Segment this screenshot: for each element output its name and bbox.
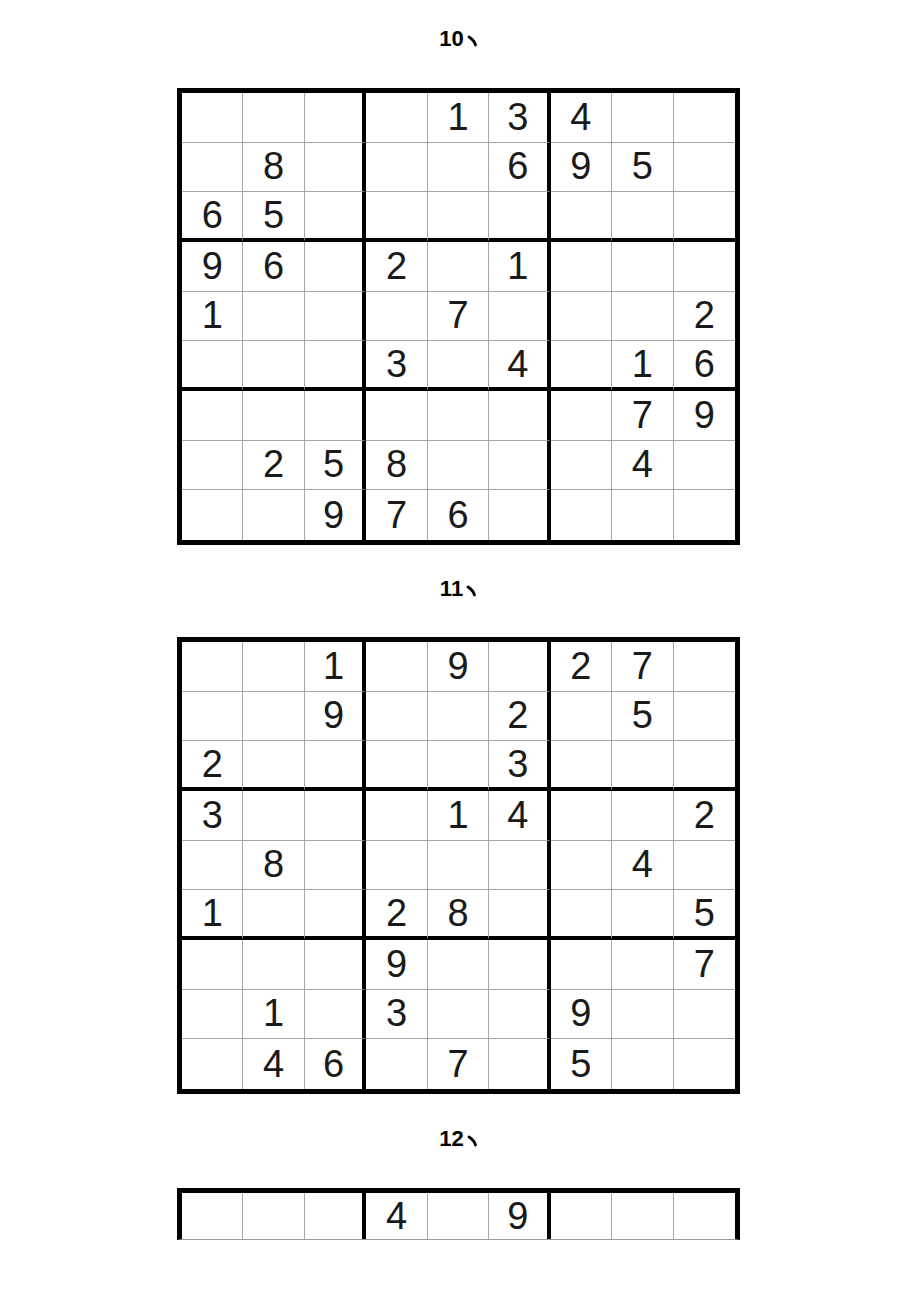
puzzle-11-cell-r5c1 (182, 841, 243, 891)
puzzle-11-cell-r3c2 (243, 741, 304, 791)
puzzle-10-cell-r8c7 (551, 441, 612, 491)
sudoku-grid-10: 13486956596211723416792584976 (177, 88, 740, 545)
puzzle-11-cell-r5c8: 4 (612, 841, 673, 891)
puzzle-11-cell-r2c7 (551, 692, 612, 742)
puzzle-11-cell-r6c9: 5 (674, 890, 735, 940)
puzzle-10-cell-r9c7 (551, 490, 612, 540)
puzzle-10-cell-r2c8: 5 (612, 143, 673, 193)
puzzle-11-cell-r5c6 (489, 841, 550, 891)
puzzle-11-cell-r7c9: 7 (674, 940, 735, 990)
puzzle-10-cell-r8c1 (182, 441, 243, 491)
puzzle-10-cell-r9c2 (243, 490, 304, 540)
puzzle-10-cell-r8c2: 2 (243, 441, 304, 491)
puzzle-11-number: 11 (440, 576, 463, 601)
puzzle-10-cell-r2c1 (182, 143, 243, 193)
puzzle-10-cell-r2c3 (305, 143, 366, 193)
puzzle-11-cell-r3c7 (551, 741, 612, 791)
puzzle-10-cell-r7c5 (428, 391, 489, 441)
puzzle-10-cell-r5c1: 1 (182, 292, 243, 342)
puzzle-12-cell-r1c7 (551, 1193, 612, 1239)
puzzle-10-cell-r7c2 (243, 391, 304, 441)
ideographic-comma-icon (465, 576, 477, 602)
puzzle-11-cell-r7c4: 9 (366, 940, 427, 990)
puzzle-10-cell-r3c5 (428, 192, 489, 242)
puzzle-11-cell-r2c6: 2 (489, 692, 550, 742)
puzzle-10-cell-r2c7: 9 (551, 143, 612, 193)
puzzle-10-cell-r6c3 (305, 341, 366, 391)
puzzle-10-cell-r4c7 (551, 242, 612, 292)
puzzle-11-cell-r5c7 (551, 841, 612, 891)
puzzle-12-cell-r1c9 (674, 1193, 735, 1239)
puzzle-11-cell-r1c1 (182, 642, 243, 692)
puzzle-11-cell-r4c5: 1 (428, 791, 489, 841)
puzzle-10-cell-r2c9 (674, 143, 735, 193)
puzzle-11-cell-r4c2 (243, 791, 304, 841)
puzzle-11-cell-r7c5 (428, 940, 489, 990)
puzzle-11-cell-r9c2: 4 (243, 1039, 304, 1089)
puzzle-10-cell-r4c1: 9 (182, 242, 243, 292)
puzzle-11-cell-r9c7: 5 (551, 1039, 612, 1089)
puzzle-10-cell-r5c7 (551, 292, 612, 342)
puzzle-11-cell-r8c2: 1 (243, 990, 304, 1040)
puzzle-11-cell-r4c8 (612, 791, 673, 841)
puzzle-11-cell-r4c6: 4 (489, 791, 550, 841)
sudoku-grid-12: 49 (177, 1188, 740, 1240)
comma-icon (466, 1134, 478, 1148)
puzzle-10-cell-r5c8 (612, 292, 673, 342)
puzzle-11-cell-r8c6 (489, 990, 550, 1040)
puzzle-11-cell-r9c6 (489, 1039, 550, 1089)
puzzle-10-cell-r1c7: 4 (551, 93, 612, 143)
puzzle-11-cell-r8c4: 3 (366, 990, 427, 1040)
puzzle-11-cell-r2c3: 9 (305, 692, 366, 742)
puzzle-11-cell-r7c1 (182, 940, 243, 990)
puzzle-11-cell-r4c1: 3 (182, 791, 243, 841)
puzzle-11-cell-r2c5 (428, 692, 489, 742)
puzzle-10-title: 10 (177, 26, 740, 52)
puzzle-11-cell-r5c5 (428, 841, 489, 891)
puzzle-10-cell-r5c5: 7 (428, 292, 489, 342)
puzzle-11-cell-r9c4 (366, 1039, 427, 1089)
puzzle-10-cell-r1c5: 1 (428, 93, 489, 143)
puzzle-12-title: 12 (177, 1126, 740, 1152)
puzzle-10-cell-r8c5 (428, 441, 489, 491)
puzzle-11-cell-r7c8 (612, 940, 673, 990)
puzzle-10-cell-r5c9: 2 (674, 292, 735, 342)
puzzle-12-cell-r1c6: 9 (489, 1193, 550, 1239)
puzzle-11-cell-r9c3: 6 (305, 1039, 366, 1089)
puzzle-10-cell-r6c1 (182, 341, 243, 391)
comma-icon (465, 584, 477, 598)
puzzle-10-cell-r8c9 (674, 441, 735, 491)
puzzle-11-cell-r4c7 (551, 791, 612, 841)
puzzle-12-cell-r1c3 (305, 1193, 366, 1239)
puzzle-11-cell-r8c7: 9 (551, 990, 612, 1040)
puzzle-10-cell-r4c3 (305, 242, 366, 292)
puzzle-10-cell-r5c2 (243, 292, 304, 342)
puzzle-11-cell-r8c8 (612, 990, 673, 1040)
puzzle-11-cell-r6c6 (489, 890, 550, 940)
puzzle-11-cell-r6c2 (243, 890, 304, 940)
puzzle-11-cell-r2c4 (366, 692, 427, 742)
puzzle-10-cell-r8c3: 5 (305, 441, 366, 491)
puzzle-11-cell-r9c9 (674, 1039, 735, 1089)
puzzle-11-cell-r1c5: 9 (428, 642, 489, 692)
puzzle-10-cell-r7c6 (489, 391, 550, 441)
puzzle-11-cell-r6c5: 8 (428, 890, 489, 940)
puzzle-10-cell-r7c1 (182, 391, 243, 441)
ideographic-comma-icon (466, 26, 478, 52)
puzzle-11-cell-r9c5: 7 (428, 1039, 489, 1089)
puzzle-11-cell-r6c4: 2 (366, 890, 427, 940)
puzzle-11-cell-r1c8: 7 (612, 642, 673, 692)
puzzle-10-cell-r7c9: 9 (674, 391, 735, 441)
puzzle-11-cell-r5c2: 8 (243, 841, 304, 891)
puzzle-10-cell-r2c2: 8 (243, 143, 304, 193)
puzzle-11-cell-r4c3 (305, 791, 366, 841)
puzzle-10-cell-r3c8 (612, 192, 673, 242)
puzzle-10-cell-r4c4: 2 (366, 242, 427, 292)
puzzle-11-cell-r3c4 (366, 741, 427, 791)
puzzle-11-cell-r8c1 (182, 990, 243, 1040)
puzzle-11-cell-r2c2 (243, 692, 304, 742)
puzzle-10-cell-r7c8: 7 (612, 391, 673, 441)
puzzle-10-cell-r7c3 (305, 391, 366, 441)
puzzle-11-cell-r3c5 (428, 741, 489, 791)
puzzle-10-cell-r9c4: 7 (366, 490, 427, 540)
puzzle-11-cell-r7c7 (551, 940, 612, 990)
puzzle-10-cell-r3c7 (551, 192, 612, 242)
puzzle-10-cell-r7c4 (366, 391, 427, 441)
puzzle-10-cell-r9c1 (182, 490, 243, 540)
puzzle-11-cell-r3c1: 2 (182, 741, 243, 791)
puzzle-11-cell-r5c4 (366, 841, 427, 891)
puzzle-11-cell-r5c3 (305, 841, 366, 891)
sudoku-grid-11: 1927925233142841285971394675 (177, 637, 740, 1094)
puzzle-11-cell-r8c5 (428, 990, 489, 1040)
puzzle-10-cell-r6c4: 3 (366, 341, 427, 391)
puzzle-10-cell-r6c8: 1 (612, 341, 673, 391)
puzzle-10-cell-r6c5 (428, 341, 489, 391)
puzzle-10-cell-r6c6: 4 (489, 341, 550, 391)
puzzle-11-cell-r1c9 (674, 642, 735, 692)
puzzle-11-cell-r6c3 (305, 890, 366, 940)
puzzle-10-cell-r9c9 (674, 490, 735, 540)
puzzle-11-cell-r9c1 (182, 1039, 243, 1089)
puzzle-11-cell-r2c9 (674, 692, 735, 742)
puzzle-11-cell-r1c7: 2 (551, 642, 612, 692)
puzzle-10-cell-r9c6 (489, 490, 550, 540)
puzzle-10-cell-r3c4 (366, 192, 427, 242)
puzzle-10-cell-r1c9 (674, 93, 735, 143)
puzzle-10-cell-r4c5 (428, 242, 489, 292)
puzzle-11-cell-r8c9 (674, 990, 735, 1040)
puzzle-10-cell-r3c3 (305, 192, 366, 242)
puzzle-11-title: 11 (177, 576, 740, 602)
puzzle-11-cell-r1c6 (489, 642, 550, 692)
puzzle-11-cell-r8c3 (305, 990, 366, 1040)
puzzle-10-cell-r2c4 (366, 143, 427, 193)
puzzle-10-cell-r9c3: 9 (305, 490, 366, 540)
puzzle-10-cell-r8c8: 4 (612, 441, 673, 491)
puzzle-11-cell-r3c8 (612, 741, 673, 791)
puzzle-12-cell-r1c1 (182, 1193, 243, 1239)
puzzle-11-cell-r3c3 (305, 741, 366, 791)
puzzle-10-cell-r9c5: 6 (428, 490, 489, 540)
puzzle-10-cell-r3c9 (674, 192, 735, 242)
puzzle-11-cell-r1c4 (366, 642, 427, 692)
puzzle-12-cell-r1c5 (428, 1193, 489, 1239)
puzzle-10-number: 10 (439, 26, 463, 51)
puzzle-10-cell-r1c4 (366, 93, 427, 143)
puzzle-10-cell-r4c6: 1 (489, 242, 550, 292)
puzzle-12-cell-r1c8 (612, 1193, 673, 1239)
puzzle-10-cell-r5c3 (305, 292, 366, 342)
puzzle-11-cell-r1c2 (243, 642, 304, 692)
puzzle-11-cell-r7c2 (243, 940, 304, 990)
puzzle-10-cell-r6c2 (243, 341, 304, 391)
puzzle-10-cell-r1c1 (182, 93, 243, 143)
puzzle-11-cell-r6c7 (551, 890, 612, 940)
puzzle-10-cell-r1c6: 3 (489, 93, 550, 143)
puzzle-10-cell-r6c9: 6 (674, 341, 735, 391)
puzzle-11-cell-r2c1 (182, 692, 243, 742)
puzzle-10-cell-r1c8 (612, 93, 673, 143)
puzzle-10-cell-r2c5 (428, 143, 489, 193)
puzzle-12-cell-r1c4: 4 (366, 1193, 427, 1239)
puzzle-10-cell-r2c6: 6 (489, 143, 550, 193)
puzzle-11-cell-r4c9: 2 (674, 791, 735, 841)
comma-icon (466, 34, 478, 48)
puzzle-10-cell-r8c6 (489, 441, 550, 491)
puzzle-10-cell-r4c9 (674, 242, 735, 292)
puzzle-11-cell-r3c9 (674, 741, 735, 791)
puzzle-10-cell-r4c2: 6 (243, 242, 304, 292)
puzzle-11-cell-r9c8 (612, 1039, 673, 1089)
puzzle-11-cell-r1c3: 1 (305, 642, 366, 692)
puzzle-10-cell-r3c1: 6 (182, 192, 243, 242)
puzzle-10-cell-r6c7 (551, 341, 612, 391)
puzzle-11-cell-r5c9 (674, 841, 735, 891)
puzzle-10-cell-r3c2: 5 (243, 192, 304, 242)
puzzle-10-cell-r5c6 (489, 292, 550, 342)
puzzle-10-cell-r7c7 (551, 391, 612, 441)
puzzle-11-cell-r2c8: 5 (612, 692, 673, 742)
puzzle-11-cell-r7c3 (305, 940, 366, 990)
puzzle-11-cell-r3c6: 3 (489, 741, 550, 791)
puzzle-10-cell-r5c4 (366, 292, 427, 342)
puzzle-12-cell-r1c2 (243, 1193, 304, 1239)
ideographic-comma-icon (466, 1126, 478, 1152)
puzzle-10-cell-r4c8 (612, 242, 673, 292)
puzzle-11-cell-r4c4 (366, 791, 427, 841)
puzzle-12-number: 12 (439, 1126, 463, 1151)
puzzle-11-cell-r6c1: 1 (182, 890, 243, 940)
puzzle-11-cell-r6c8 (612, 890, 673, 940)
puzzle-10-cell-r8c4: 8 (366, 441, 427, 491)
puzzle-10-cell-r3c6 (489, 192, 550, 242)
puzzle-10-cell-r1c2 (243, 93, 304, 143)
puzzle-10-cell-r9c8 (612, 490, 673, 540)
puzzle-10-cell-r1c3 (305, 93, 366, 143)
puzzle-11-cell-r7c6 (489, 940, 550, 990)
